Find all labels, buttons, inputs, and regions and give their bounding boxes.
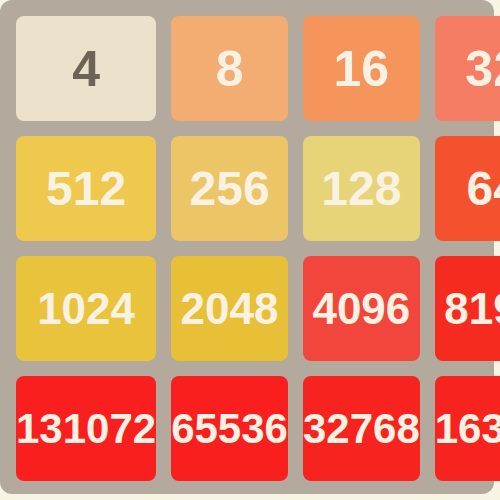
tile-value: 2048 — [181, 287, 279, 331]
tile-r3c0: 131072 — [16, 376, 156, 481]
tile-value: 65536 — [171, 408, 288, 450]
tile-value: 64 — [466, 165, 500, 213]
tile-r3c2: 32768 — [303, 376, 420, 481]
tile-value: 128 — [321, 165, 401, 213]
tile-r0c0: 4 — [16, 16, 156, 121]
tile-r0c3: 32 — [435, 16, 500, 121]
tile-r3c1: 65536 — [171, 376, 288, 481]
tile-value: 16 — [334, 44, 390, 94]
tile-value: 1024 — [37, 287, 135, 331]
game-board-2048[interactable]: 4 8 16 32 512 256 128 64 1024 2048 4096 … — [0, 0, 494, 494]
tile-r1c0: 512 — [16, 136, 156, 241]
tile-value: 4 — [72, 44, 100, 94]
tile-value: 8192 — [444, 287, 500, 331]
tile-value: 16384 — [435, 408, 500, 450]
tile-r3c3: 16384 — [435, 376, 500, 481]
tile-r0c2: 16 — [303, 16, 420, 121]
page-background: 4 8 16 32 512 256 128 64 1024 2048 4096 … — [0, 0, 500, 500]
tile-r2c0: 1024 — [16, 256, 156, 361]
tile-value: 32 — [465, 44, 500, 94]
tile-r1c2: 128 — [303, 136, 420, 241]
tile-r2c1: 2048 — [171, 256, 288, 361]
tile-value: 256 — [190, 165, 270, 213]
tile-r0c1: 8 — [171, 16, 288, 121]
tile-value: 512 — [46, 165, 126, 213]
tile-r2c3: 8192 — [435, 256, 500, 361]
tile-value: 131072 — [16, 408, 156, 450]
tile-r1c3: 64 — [435, 136, 500, 241]
tile-r2c2: 4096 — [303, 256, 420, 361]
tile-r1c1: 256 — [171, 136, 288, 241]
tile-value: 8 — [216, 44, 244, 94]
tile-value: 32768 — [303, 408, 420, 450]
tile-value: 4096 — [312, 287, 410, 331]
